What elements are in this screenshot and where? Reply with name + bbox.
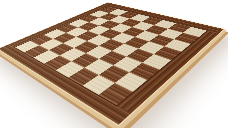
photo-background <box>0 0 228 128</box>
chess-board <box>0 2 225 126</box>
